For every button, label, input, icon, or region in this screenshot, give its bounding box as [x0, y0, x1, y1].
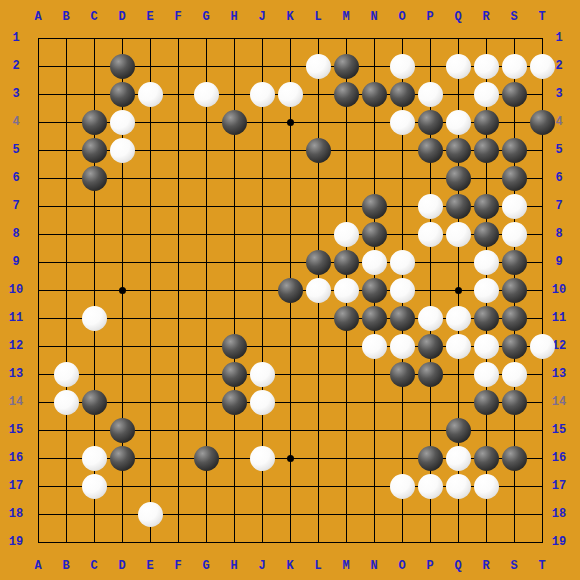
stone-black-S9: [502, 250, 527, 275]
stone-black-R7: [474, 194, 499, 219]
row-label-left-13: 13: [4, 367, 28, 381]
stone-white-B14: [54, 390, 79, 415]
stone-black-D2: [110, 54, 135, 79]
row-label-left-3: 3: [4, 87, 28, 101]
stone-black-P16: [418, 446, 443, 471]
row-label-left-6: 6: [4, 171, 28, 185]
stone-white-R3: [474, 82, 499, 107]
stone-white-P7: [418, 194, 443, 219]
col-label-bottom-O: O: [390, 559, 414, 573]
stone-white-T12: [530, 334, 555, 359]
stone-white-J13: [250, 362, 275, 387]
stone-black-N3: [362, 82, 387, 107]
stone-white-D5: [110, 138, 135, 163]
stone-white-S7: [502, 194, 527, 219]
row-label-left-9: 9: [4, 255, 28, 269]
col-label-bottom-K: K: [278, 559, 302, 573]
stone-white-Q2: [446, 54, 471, 79]
col-label-top-D: D: [110, 10, 134, 24]
stone-white-O2: [390, 54, 415, 79]
stone-black-H12: [222, 334, 247, 359]
stone-black-N8: [362, 222, 387, 247]
stone-black-D16: [110, 446, 135, 471]
row-label-left-15: 15: [4, 423, 28, 437]
row-label-left-10: 10: [4, 283, 28, 297]
row-label-right-7: 7: [547, 199, 571, 213]
stone-white-P3: [418, 82, 443, 107]
stone-white-R10: [474, 278, 499, 303]
stone-black-C5: [82, 138, 107, 163]
stone-white-E18: [138, 502, 163, 527]
col-label-top-K: K: [278, 10, 302, 24]
grid-line-row-18: [38, 514, 543, 515]
stone-black-P13: [418, 362, 443, 387]
stone-black-R11: [474, 306, 499, 331]
stone-black-L9: [306, 250, 331, 275]
go-board[interactable]: ABCDEFGHJKLMNOPQRST ABCDEFGHJKLMNOPQRST …: [0, 0, 580, 580]
col-label-top-A: A: [26, 10, 50, 24]
row-label-right-6: 6: [547, 171, 571, 185]
stone-white-P11: [418, 306, 443, 331]
stone-white-N9: [362, 250, 387, 275]
stone-black-N7: [362, 194, 387, 219]
stone-black-L5: [306, 138, 331, 163]
grid-line-row-19: [38, 542, 543, 543]
col-label-bottom-N: N: [362, 559, 386, 573]
col-label-top-F: F: [166, 10, 190, 24]
stone-white-C11: [82, 306, 107, 331]
stone-white-S13: [502, 362, 527, 387]
col-label-bottom-Q: Q: [446, 559, 470, 573]
stone-black-S5: [502, 138, 527, 163]
stone-white-C16: [82, 446, 107, 471]
stone-white-K3: [278, 82, 303, 107]
stone-white-O10: [390, 278, 415, 303]
stone-black-S14: [502, 390, 527, 415]
row-label-left-5: 5: [4, 143, 28, 157]
stone-white-Q17: [446, 474, 471, 499]
col-label-bottom-A: A: [26, 559, 50, 573]
stone-black-R5: [474, 138, 499, 163]
col-label-bottom-M: M: [334, 559, 358, 573]
stone-white-R2: [474, 54, 499, 79]
row-label-right-17: 17: [547, 479, 571, 493]
row-label-right-15: 15: [547, 423, 571, 437]
row-label-right-13: 13: [547, 367, 571, 381]
col-label-bottom-J: J: [250, 559, 274, 573]
col-label-top-Q: Q: [446, 10, 470, 24]
stone-black-S16: [502, 446, 527, 471]
stone-black-R14: [474, 390, 499, 415]
grid-line-row-14: [38, 402, 543, 403]
stone-white-E3: [138, 82, 163, 107]
stone-white-O17: [390, 474, 415, 499]
stone-white-C17: [82, 474, 107, 499]
star-point-D10: [119, 287, 126, 294]
stone-black-N11: [362, 306, 387, 331]
col-label-bottom-L: L: [306, 559, 330, 573]
stone-white-L2: [306, 54, 331, 79]
row-label-left-8: 8: [4, 227, 28, 241]
stone-black-H13: [222, 362, 247, 387]
stone-black-M9: [334, 250, 359, 275]
stone-black-M11: [334, 306, 359, 331]
stone-white-J3: [250, 82, 275, 107]
stone-black-H4: [222, 110, 247, 135]
stone-black-D3: [110, 82, 135, 107]
col-label-bottom-G: G: [194, 559, 218, 573]
stone-white-Q11: [446, 306, 471, 331]
stone-white-T2: [530, 54, 555, 79]
stone-black-D15: [110, 418, 135, 443]
stone-black-C14: [82, 390, 107, 415]
col-label-top-S: S: [502, 10, 526, 24]
row-label-right-1: 1: [547, 31, 571, 45]
stone-black-Q5: [446, 138, 471, 163]
grid-line-row-13: [38, 374, 543, 375]
stone-white-R12: [474, 334, 499, 359]
col-label-bottom-C: C: [82, 559, 106, 573]
stone-black-G16: [194, 446, 219, 471]
stone-white-Q4: [446, 110, 471, 135]
stone-black-P4: [418, 110, 443, 135]
col-label-top-C: C: [82, 10, 106, 24]
stone-white-N12: [362, 334, 387, 359]
stone-black-O13: [390, 362, 415, 387]
row-label-right-18: 18: [547, 507, 571, 521]
stone-white-O12: [390, 334, 415, 359]
row-label-right-5: 5: [547, 143, 571, 157]
stone-white-Q12: [446, 334, 471, 359]
row-label-right-14: 14: [547, 395, 571, 409]
stone-white-G3: [194, 82, 219, 107]
stone-black-N10: [362, 278, 387, 303]
stone-black-Q7: [446, 194, 471, 219]
col-label-bottom-E: E: [138, 559, 162, 573]
row-label-left-17: 17: [4, 479, 28, 493]
col-label-top-B: B: [54, 10, 78, 24]
stone-black-S11: [502, 306, 527, 331]
row-label-left-18: 18: [4, 507, 28, 521]
stone-white-L10: [306, 278, 331, 303]
col-label-top-R: R: [474, 10, 498, 24]
col-label-bottom-F: F: [166, 559, 190, 573]
col-label-top-P: P: [418, 10, 442, 24]
col-label-top-H: H: [222, 10, 246, 24]
stone-white-R9: [474, 250, 499, 275]
row-label-right-11: 11: [547, 311, 571, 325]
col-label-bottom-P: P: [418, 559, 442, 573]
stone-black-P12: [418, 334, 443, 359]
col-label-top-O: O: [390, 10, 414, 24]
col-label-top-T: T: [530, 10, 554, 24]
star-point-K16: [287, 455, 294, 462]
stone-white-J16: [250, 446, 275, 471]
stone-black-H14: [222, 390, 247, 415]
stone-black-S6: [502, 166, 527, 191]
col-label-bottom-B: B: [54, 559, 78, 573]
col-label-top-J: J: [250, 10, 274, 24]
col-label-bottom-S: S: [502, 559, 526, 573]
stone-black-R4: [474, 110, 499, 135]
col-label-top-G: G: [194, 10, 218, 24]
stone-black-O11: [390, 306, 415, 331]
col-label-top-L: L: [306, 10, 330, 24]
col-label-bottom-R: R: [474, 559, 498, 573]
col-label-bottom-H: H: [222, 559, 246, 573]
stone-black-P5: [418, 138, 443, 163]
stone-white-Q8: [446, 222, 471, 247]
row-label-right-19: 19: [547, 535, 571, 549]
stone-black-Q6: [446, 166, 471, 191]
stone-black-T4: [530, 110, 555, 135]
stone-black-Q15: [446, 418, 471, 443]
row-label-left-12: 12: [4, 339, 28, 353]
stone-black-S10: [502, 278, 527, 303]
row-label-left-1: 1: [4, 31, 28, 45]
row-label-left-19: 19: [4, 535, 28, 549]
stone-white-M8: [334, 222, 359, 247]
stone-white-O9: [390, 250, 415, 275]
col-label-bottom-T: T: [530, 559, 554, 573]
stone-white-P17: [418, 474, 443, 499]
stone-black-S12: [502, 334, 527, 359]
stone-white-R17: [474, 474, 499, 499]
stone-black-C6: [82, 166, 107, 191]
row-label-right-16: 16: [547, 451, 571, 465]
stone-black-M3: [334, 82, 359, 107]
stone-white-R13: [474, 362, 499, 387]
stone-white-J14: [250, 390, 275, 415]
row-label-left-14: 14: [4, 395, 28, 409]
row-label-right-9: 9: [547, 255, 571, 269]
stone-black-K10: [278, 278, 303, 303]
row-label-right-10: 10: [547, 283, 571, 297]
stone-black-C4: [82, 110, 107, 135]
stone-black-R16: [474, 446, 499, 471]
stone-black-M2: [334, 54, 359, 79]
row-label-left-2: 2: [4, 59, 28, 73]
col-label-top-N: N: [362, 10, 386, 24]
col-label-top-M: M: [334, 10, 358, 24]
stone-white-P8: [418, 222, 443, 247]
stone-black-R8: [474, 222, 499, 247]
row-label-left-7: 7: [4, 199, 28, 213]
stone-white-D4: [110, 110, 135, 135]
stone-white-B13: [54, 362, 79, 387]
stone-black-S3: [502, 82, 527, 107]
stone-white-O4: [390, 110, 415, 135]
stone-white-S8: [502, 222, 527, 247]
stone-white-Q16: [446, 446, 471, 471]
star-point-Q10: [455, 287, 462, 294]
stone-black-O3: [390, 82, 415, 107]
row-label-right-3: 3: [547, 87, 571, 101]
row-label-right-8: 8: [547, 227, 571, 241]
col-label-bottom-D: D: [110, 559, 134, 573]
row-label-left-11: 11: [4, 311, 28, 325]
row-label-left-4: 4: [4, 115, 28, 129]
stone-white-S2: [502, 54, 527, 79]
stone-white-M10: [334, 278, 359, 303]
col-label-top-E: E: [138, 10, 162, 24]
star-point-K4: [287, 119, 294, 126]
row-label-left-16: 16: [4, 451, 28, 465]
